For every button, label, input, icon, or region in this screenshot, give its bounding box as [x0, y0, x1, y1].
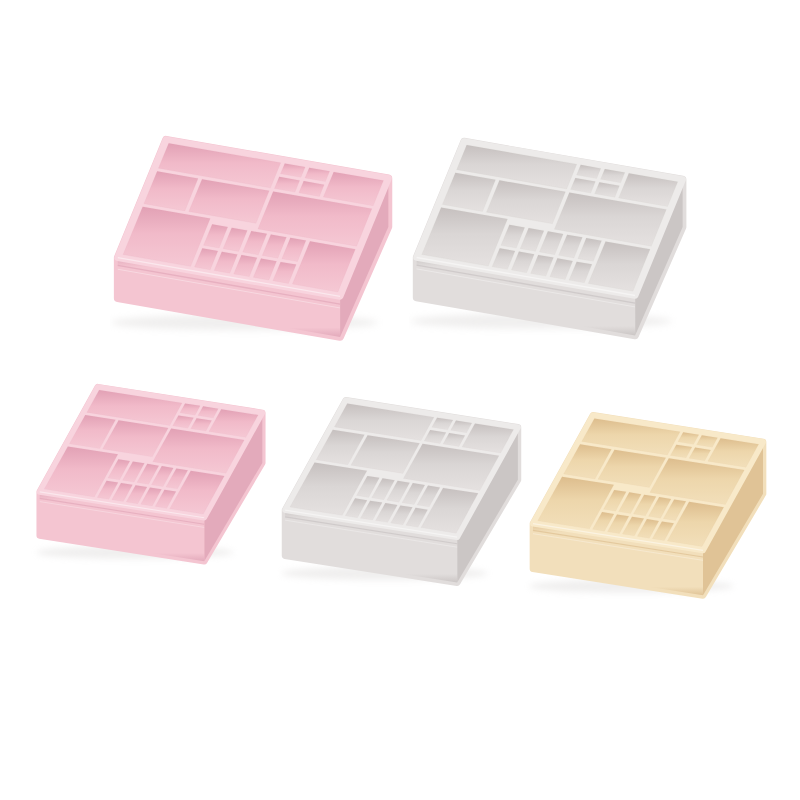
organizer-illustration — [275, 392, 528, 589]
organizer-illustration — [30, 379, 272, 568]
organizer-illustration — [523, 407, 773, 602]
organizer-pink-top-left — [110, 132, 400, 347]
organizer-gray-top-right — [409, 134, 694, 345]
organizer-beige-bottom-right — [523, 407, 773, 602]
organizer-illustration — [409, 134, 694, 345]
organizer-illustration — [110, 132, 400, 347]
product-photo-canvas — [0, 0, 800, 800]
organizer-gray-bottom-middle — [275, 392, 528, 589]
organizer-pink-bottom-left — [30, 379, 272, 568]
